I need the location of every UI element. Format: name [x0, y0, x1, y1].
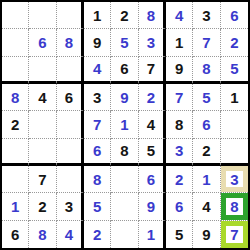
cell-r8c5[interactable]: [111, 193, 138, 220]
cell-r3c8[interactable]: 8: [193, 57, 220, 84]
cell-r4c2[interactable]: 4: [29, 84, 56, 111]
cell-r6c8[interactable]: 2: [193, 139, 220, 166]
cell-r7c7[interactable]: 2: [166, 166, 193, 193]
cell-r3c9[interactable]: 5: [221, 57, 248, 84]
cell-r4c6[interactable]: 2: [139, 84, 166, 111]
cell-r7c3[interactable]: [57, 166, 84, 193]
cell-r9c8[interactable]: 9: [193, 221, 220, 248]
cell-r3c4[interactable]: 4: [84, 57, 111, 84]
cell-r3c1[interactable]: [2, 57, 29, 84]
cell-r4c1[interactable]: 8: [2, 84, 29, 111]
cell-r9c6[interactable]: 1: [139, 221, 166, 248]
cell-r5c6[interactable]: 4: [139, 111, 166, 138]
cell-r1c8[interactable]: 3: [193, 2, 220, 29]
cell-r1c5[interactable]: 2: [111, 2, 138, 29]
cell-r6c6[interactable]: 5: [139, 139, 166, 166]
cell-r1c4[interactable]: 1: [84, 2, 111, 29]
cell-r6c5[interactable]: 8: [111, 139, 138, 166]
cell-r1c3[interactable]: [57, 2, 84, 29]
cell-r2c9[interactable]: 2: [221, 29, 248, 56]
cell-r5c3[interactable]: [57, 111, 84, 138]
cell-r2c6[interactable]: 3: [139, 29, 166, 56]
cell-r3c5[interactable]: 6: [111, 57, 138, 84]
cell-r4c5[interactable]: 9: [111, 84, 138, 111]
cell-r2c2[interactable]: 6: [29, 29, 56, 56]
cell-r9c5[interactable]: [111, 221, 138, 248]
green-highlight-cell-r8c9[interactable]: 8: [221, 193, 248, 220]
cell-r4c7[interactable]: 7: [166, 84, 193, 111]
cell-r8c2[interactable]: 2: [29, 193, 56, 220]
cell-r1c2[interactable]: [29, 2, 56, 29]
cell-r4c8[interactable]: 5: [193, 84, 220, 111]
cell-r8c3[interactable]: 3: [57, 193, 84, 220]
cell-r3c6[interactable]: 7: [139, 57, 166, 84]
cell-r9c1[interactable]: 6: [2, 221, 29, 248]
cell-r6c1[interactable]: [2, 139, 29, 166]
cell-r5c7[interactable]: 8: [166, 111, 193, 138]
cell-r9c2[interactable]: 8: [29, 221, 56, 248]
cell-r7c1[interactable]: [2, 166, 29, 193]
cell-r8c7[interactable]: 6: [166, 193, 193, 220]
cell-r7c4[interactable]: 8: [84, 166, 111, 193]
cell-r2c8[interactable]: 7: [193, 29, 220, 56]
cell-r5c4[interactable]: 7: [84, 111, 111, 138]
cell-r3c2[interactable]: [29, 57, 56, 84]
tan-highlight-cell-r7c9[interactable]: 3: [221, 166, 248, 193]
lime-highlight-cell-r9c9[interactable]: 7: [221, 221, 248, 248]
cell-r9c3[interactable]: 4: [57, 221, 84, 248]
cell-r2c7[interactable]: 1: [166, 29, 193, 56]
cell-r1c6[interactable]: 8: [139, 2, 166, 29]
cell-r7c8[interactable]: 1: [193, 166, 220, 193]
cell-r8c4[interactable]: 5: [84, 193, 111, 220]
sudoku-board: 1284366895317246798584639275127148668532…: [0, 0, 250, 250]
cell-r1c7[interactable]: 4: [166, 2, 193, 29]
cell-r6c2[interactable]: [29, 139, 56, 166]
cell-r8c6[interactable]: 9: [139, 193, 166, 220]
cell-r6c9[interactable]: [221, 139, 248, 166]
cell-r2c1[interactable]: [2, 29, 29, 56]
cell-r5c9[interactable]: [221, 111, 248, 138]
cell-r5c2[interactable]: [29, 111, 56, 138]
cell-r8c1[interactable]: 1: [2, 193, 29, 220]
cell-r9c7[interactable]: 5: [166, 221, 193, 248]
cell-r8c8[interactable]: 4: [193, 193, 220, 220]
cell-r1c1[interactable]: [2, 2, 29, 29]
cell-r3c3[interactable]: [57, 57, 84, 84]
cell-r9c4[interactable]: 2: [84, 221, 111, 248]
cell-r2c3[interactable]: 8: [57, 29, 84, 56]
cell-r5c5[interactable]: 1: [111, 111, 138, 138]
cell-r1c9[interactable]: 6: [221, 2, 248, 29]
cell-r7c5[interactable]: [111, 166, 138, 193]
cell-r2c5[interactable]: 5: [111, 29, 138, 56]
cell-r6c7[interactable]: 3: [166, 139, 193, 166]
cell-r6c4[interactable]: 6: [84, 139, 111, 166]
cell-r3c7[interactable]: 9: [166, 57, 193, 84]
cell-r7c2[interactable]: 7: [29, 166, 56, 193]
cell-r7c6[interactable]: 6: [139, 166, 166, 193]
cell-r4c4[interactable]: 3: [84, 84, 111, 111]
cell-r5c1[interactable]: 2: [2, 111, 29, 138]
cell-r4c9[interactable]: 1: [221, 84, 248, 111]
cell-r5c8[interactable]: 6: [193, 111, 220, 138]
cell-r4c3[interactable]: 6: [57, 84, 84, 111]
cell-r2c4[interactable]: 9: [84, 29, 111, 56]
cell-r6c3[interactable]: [57, 139, 84, 166]
